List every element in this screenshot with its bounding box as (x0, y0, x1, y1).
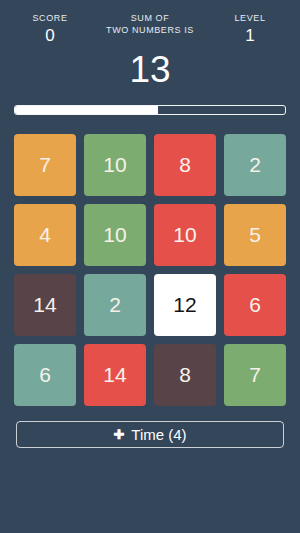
target-sum: 13 (0, 50, 300, 90)
tile-r1c1[interactable]: 7 (14, 134, 76, 196)
tile-r2c1[interactable]: 4 (14, 204, 76, 266)
score-label: SCORE (0, 12, 100, 24)
header: SCORE 0 SUM OF TWO NUMBERS IS LEVEL 1 (0, 0, 300, 46)
plus-icon: ✚ (113, 427, 124, 442)
level-value: 1 (200, 26, 300, 46)
tile-r4c1[interactable]: 6 (14, 344, 76, 406)
timer-progress-bar (14, 105, 286, 115)
tile-r3c2[interactable]: 2 (84, 274, 146, 336)
prompt-text: SUM OF TWO NUMBERS IS (100, 12, 200, 36)
tile-r3c4[interactable]: 6 (224, 274, 286, 336)
tile-r1c4[interactable]: 2 (224, 134, 286, 196)
score-value: 0 (0, 26, 100, 46)
tile-r1c3[interactable]: 8 (154, 134, 216, 196)
tile-r2c4[interactable]: 5 (224, 204, 286, 266)
tile-r2c2[interactable]: 10 (84, 204, 146, 266)
add-time-button[interactable]: ✚ Time (4) (16, 421, 284, 448)
add-time-label: Time (4) (131, 426, 186, 443)
tile-r2c3[interactable]: 10 (154, 204, 216, 266)
tile-r4c3[interactable]: 8 (154, 344, 216, 406)
prompt-block: SUM OF TWO NUMBERS IS (100, 12, 200, 46)
tile-r4c2[interactable]: 14 (84, 344, 146, 406)
score-block: SCORE 0 (0, 12, 100, 46)
level-block: LEVEL 1 (200, 12, 300, 46)
tile-r4c4[interactable]: 7 (224, 344, 286, 406)
level-label: LEVEL (200, 12, 300, 24)
tile-r3c1[interactable]: 14 (14, 274, 76, 336)
tile-r3c3-selected[interactable]: 12 (154, 274, 216, 336)
number-grid: 7 10 8 2 4 10 10 5 14 2 12 6 6 14 8 7 (14, 134, 286, 406)
timer-progress-fill (15, 106, 158, 114)
tile-r1c2[interactable]: 10 (84, 134, 146, 196)
